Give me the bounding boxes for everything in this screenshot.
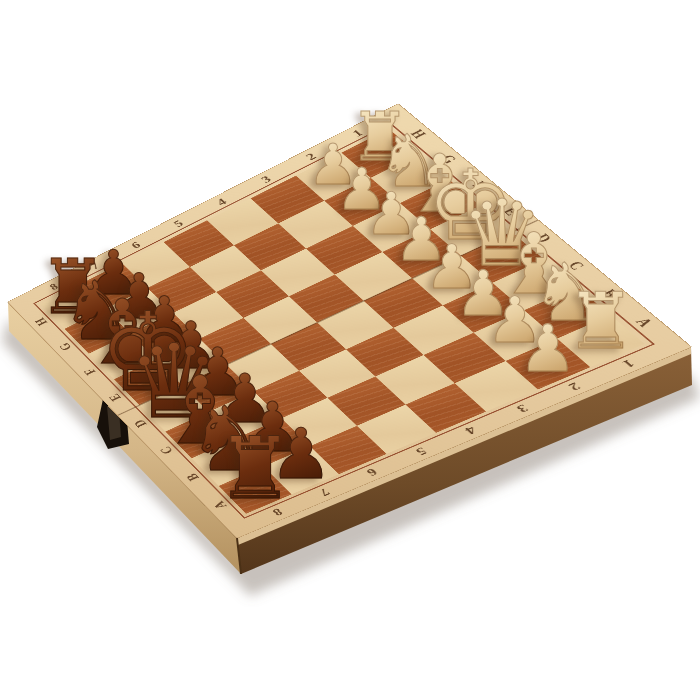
chess-set-scene: 1122334455667788HHGGFFEEDDCCBBAA ♜♟♞♟♝♟♚…: [0, 0, 700, 700]
